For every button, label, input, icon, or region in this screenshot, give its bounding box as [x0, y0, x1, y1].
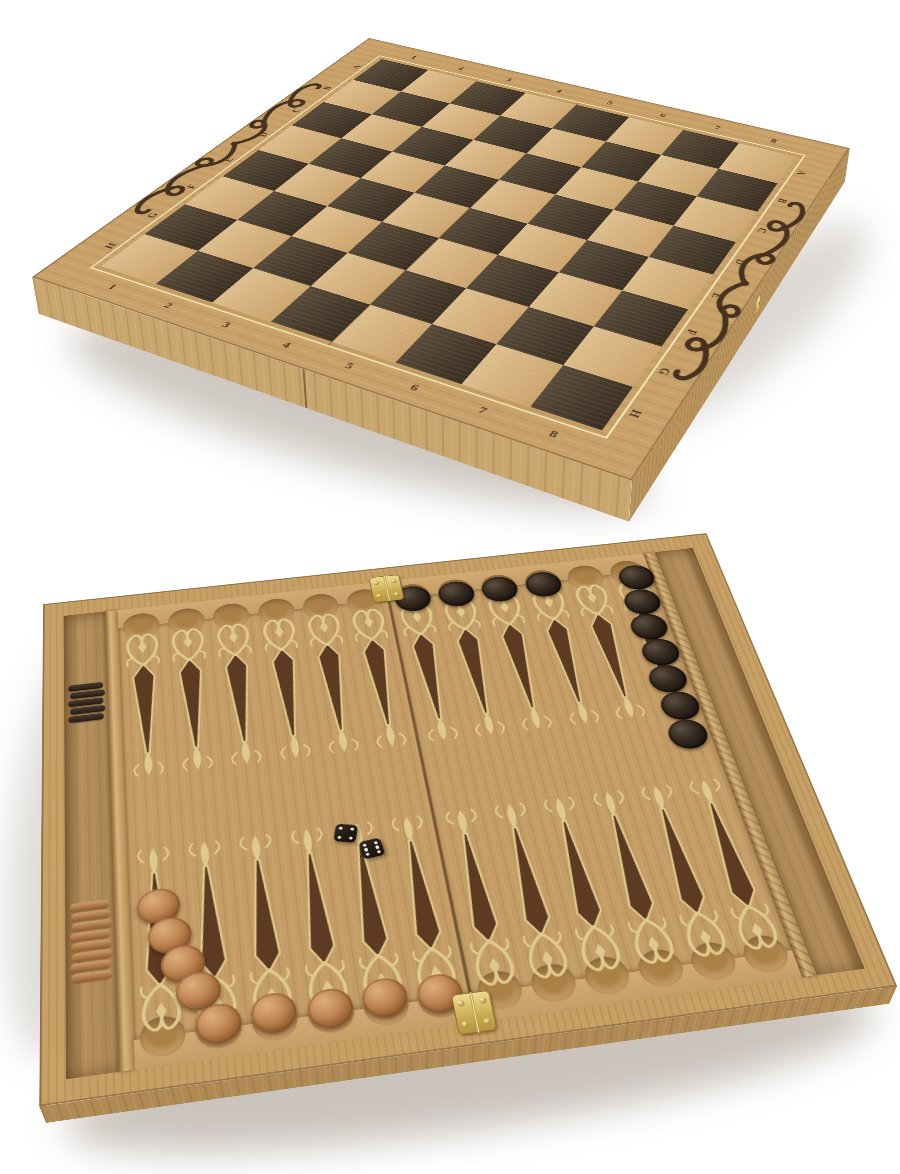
chess-square-B7 [638, 155, 718, 196]
rank-label-top: 1 [408, 54, 419, 60]
chess-square-C5 [499, 153, 581, 194]
bg-point-bottom-right-1 [436, 796, 522, 994]
chess-square-G7 [496, 307, 594, 365]
chess-square-G1 [145, 204, 238, 251]
file-label-right: A [793, 169, 810, 177]
chess-square-H7 [461, 344, 563, 407]
die-1 [333, 824, 358, 843]
chess-square-F2 [237, 191, 327, 236]
checker-notch-bottom [139, 1014, 187, 1060]
chess-square-A2 [401, 70, 476, 103]
bg-point-bottom-left-3 [233, 821, 299, 1024]
chess-square-H4 [271, 286, 370, 342]
box-fold-seam [303, 369, 308, 409]
checker-wood [195, 1001, 243, 1046]
chess-square-A4 [500, 93, 576, 128]
checker-wood-edge-on [72, 949, 112, 963]
chess-square-F8 [594, 290, 688, 346]
product-photo-set: { "scene": { "description": "Two product… [0, 0, 900, 1174]
chess-square-H3 [212, 268, 310, 322]
chess-square-B2 [372, 92, 450, 127]
chess-square-A6 [606, 117, 683, 155]
chess-square-G5 [370, 270, 466, 324]
bg-point-bottom-right-5 [631, 772, 735, 964]
checker-notch-bottom [581, 954, 634, 997]
chess-square-G4 [311, 253, 406, 305]
file-label-left: G [143, 211, 162, 220]
chess-square-B4 [473, 116, 552, 154]
chess-square-B3 [422, 103, 500, 139]
chess-square-A7 [661, 130, 739, 169]
rank-label-top: 3 [504, 76, 515, 82]
checker-wood-edge-on [72, 919, 112, 932]
file-label-right: E [707, 291, 727, 300]
chess-square-C3 [392, 127, 473, 166]
file-label-right: G [654, 366, 676, 378]
checker-wood-edge-on [70, 899, 109, 912]
checker-notch-bottom [527, 961, 580, 1004]
chess-square-H5 [332, 305, 432, 363]
chess-square-E4 [382, 193, 470, 238]
checker-notch-bottom [739, 933, 794, 975]
file-label-left: A [349, 64, 364, 70]
chess-square-D8 [649, 226, 736, 275]
chess-square-A1 [353, 59, 428, 91]
rank-label-bottom: 6 [407, 381, 423, 394]
chess-square-F5 [406, 238, 498, 288]
rank-label-top: 6 [658, 112, 669, 119]
checker-wood [306, 986, 356, 1030]
chess-square-C4 [445, 140, 527, 180]
checker-wood [175, 969, 222, 1013]
chess-square-D2 [309, 138, 392, 178]
backgammon-board [39, 533, 897, 1106]
bg-point-top-left-2 [168, 623, 220, 783]
file-label-left: H [101, 241, 121, 250]
checker-notch-bottom [686, 940, 740, 982]
chess-square-F3 [291, 206, 382, 253]
chess-square-C6 [555, 167, 638, 210]
chess-square-E6 [498, 224, 587, 273]
chess-square-H2 [156, 251, 253, 303]
bg-point-bottom-left-2 [182, 827, 243, 1032]
bg-point-bottom-left-4 [283, 814, 354, 1016]
file-label-right: F [682, 328, 702, 338]
chess-square-D4 [414, 166, 499, 208]
rank-label-bottom: 2 [160, 300, 177, 311]
checker-wood [137, 886, 182, 926]
checker-wood [250, 990, 299, 1034]
rank-label-bottom: 5 [341, 360, 357, 372]
rank-label-top: 2 [455, 65, 466, 71]
scroll-ornament-right [657, 195, 817, 390]
chess-square-H6 [395, 324, 496, 384]
die-2 [358, 837, 385, 859]
brass-hinge-top [369, 574, 405, 602]
checker-wood-edge-on [70, 929, 110, 943]
chess-square-B1 [324, 80, 401, 114]
checker-wood [160, 943, 206, 985]
chess-square-E2 [274, 164, 361, 206]
checker-notch-bottom [306, 991, 356, 1036]
rank-label-bottom: 1 [104, 282, 121, 292]
chess-square-D1 [258, 125, 341, 164]
checker-wood [415, 972, 466, 1016]
chess-square-B6 [581, 141, 661, 181]
bg-point-bottom-left-1 [130, 833, 186, 1039]
chess-square-E7 [559, 240, 649, 290]
rank-label-top: 4 [554, 88, 565, 95]
chess-square-A3 [450, 81, 526, 115]
checker-wood-edge-on [70, 959, 111, 973]
chess-square-B8 [697, 169, 778, 212]
chess-square-D3 [361, 152, 445, 193]
chess-square-F7 [529, 272, 623, 326]
checker-notch-bottom [195, 1006, 243, 1051]
checker-wood-edge-on [71, 909, 111, 922]
chess-square-C1 [292, 102, 372, 138]
file-label-right: C [753, 226, 771, 235]
checker-notch-bottom [474, 969, 526, 1013]
chess-square-D6 [528, 195, 614, 240]
tray-divider-right [643, 552, 817, 977]
chess-square-E3 [327, 178, 414, 222]
brass-hinge-bottom [451, 990, 498, 1035]
rank-label-top: 5 [605, 100, 616, 107]
bg-point-top-left-1 [122, 628, 170, 789]
checker-notch-bottom [634, 947, 688, 990]
bg-point-bottom-left-6 [383, 802, 464, 1001]
chessboard-squares [101, 59, 796, 430]
chess-square-F6 [466, 255, 559, 307]
file-label-right: D [731, 258, 750, 267]
chess-square-D7 [587, 210, 673, 257]
chess-square-F4 [348, 222, 439, 270]
chess-square-G3 [253, 236, 347, 286]
chess-square-A8 [718, 143, 796, 183]
chess-square-C7 [613, 182, 696, 226]
checker-wood [147, 915, 192, 956]
backgammon-box-photo [0, 415, 865, 1135]
chess-square-G6 [432, 288, 529, 344]
rank-label-top: 8 [769, 137, 780, 144]
chess-square-E8 [622, 257, 712, 309]
rank-label-top: 7 [712, 124, 723, 131]
chess-square-E1 [223, 150, 309, 191]
chess-square-D5 [470, 180, 555, 224]
checker-notch-bottom [361, 984, 411, 1028]
bg-point-bottom-left-5 [333, 808, 409, 1009]
bg-point-bottom-right-6 [679, 766, 788, 957]
rank-label-bottom: 4 [279, 339, 296, 351]
bg-point-bottom-right-3 [534, 784, 629, 979]
chess-square-G8 [563, 326, 661, 386]
bg-point-bottom-right-2 [485, 790, 576, 986]
bg-point-bottom-right-4 [583, 778, 683, 972]
chess-square-H1 [101, 234, 198, 284]
checker-wood-edge-on [71, 939, 111, 953]
chess-square-C8 [674, 196, 758, 242]
chess-square-E5 [439, 208, 528, 255]
checker-tray-right [655, 548, 865, 975]
checker-wood [360, 976, 410, 1020]
checker-wood-edge-on [71, 969, 112, 983]
chess-square-B5 [526, 128, 605, 167]
chess-square-G2 [198, 220, 292, 268]
checker-notch-bottom [416, 976, 467, 1020]
checker-notch-bottom [251, 999, 300, 1044]
chess-square-A5 [552, 105, 629, 142]
rank-label-bottom: 3 [218, 319, 235, 330]
backgammon-interior [64, 548, 865, 1079]
brass-latch [754, 293, 761, 318]
chess-square-C2 [341, 114, 422, 151]
